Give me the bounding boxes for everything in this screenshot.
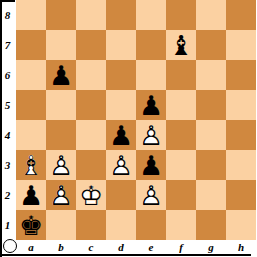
black-pawn: ♟ bbox=[136, 90, 166, 120]
square-b3[interactable]: ♟♙ bbox=[46, 150, 76, 180]
white-pawn: ♙ bbox=[136, 180, 166, 210]
square-e5[interactable]: ♟ bbox=[136, 90, 166, 120]
square-a8[interactable] bbox=[16, 0, 46, 30]
square-g8[interactable] bbox=[196, 0, 226, 30]
square-g2[interactable] bbox=[196, 180, 226, 210]
file-label-h: h bbox=[226, 239, 256, 255]
square-e7[interactable] bbox=[136, 30, 166, 60]
square-f5[interactable] bbox=[166, 90, 196, 120]
rank-label-7: 7 bbox=[0, 30, 15, 60]
square-d4[interactable]: ♟ bbox=[106, 120, 136, 150]
square-g6[interactable] bbox=[196, 60, 226, 90]
rank-label-2: 2 bbox=[0, 180, 15, 210]
square-d2[interactable] bbox=[106, 180, 136, 210]
square-e6[interactable] bbox=[136, 60, 166, 90]
square-c8[interactable] bbox=[76, 0, 106, 30]
file-label-a: a bbox=[16, 239, 46, 255]
square-a4[interactable] bbox=[16, 120, 46, 150]
square-g1[interactable] bbox=[196, 210, 226, 240]
black-king: ♚ bbox=[16, 210, 46, 240]
board: ♝♟♟♟♟♙♝♗♟♙♟♙♟♟♟♙♚♔♟♙♚ bbox=[16, 0, 256, 240]
square-c6[interactable] bbox=[76, 60, 106, 90]
square-h5[interactable] bbox=[226, 90, 256, 120]
square-f1[interactable] bbox=[166, 210, 196, 240]
white-to-move-indicator bbox=[3, 239, 17, 253]
square-e3[interactable]: ♟ bbox=[136, 150, 166, 180]
square-g3[interactable] bbox=[196, 150, 226, 180]
square-d1[interactable] bbox=[106, 210, 136, 240]
square-d8[interactable] bbox=[106, 0, 136, 30]
square-d5[interactable] bbox=[106, 90, 136, 120]
rank-label-3: 3 bbox=[0, 150, 15, 180]
square-c4[interactable] bbox=[76, 120, 106, 150]
square-g4[interactable] bbox=[196, 120, 226, 150]
file-label-b: b bbox=[46, 239, 76, 255]
square-b1[interactable] bbox=[46, 210, 76, 240]
square-f8[interactable] bbox=[166, 0, 196, 30]
square-e1[interactable] bbox=[136, 210, 166, 240]
square-b5[interactable] bbox=[46, 90, 76, 120]
square-e4[interactable]: ♟♙ bbox=[136, 120, 166, 150]
square-b2[interactable]: ♟♙ bbox=[46, 180, 76, 210]
square-a6[interactable] bbox=[16, 60, 46, 90]
rank-label-5: 5 bbox=[0, 90, 15, 120]
square-b6[interactable]: ♟ bbox=[46, 60, 76, 90]
square-h2[interactable] bbox=[226, 180, 256, 210]
square-h3[interactable] bbox=[226, 150, 256, 180]
rank-label-1: 1 bbox=[0, 210, 15, 240]
square-h8[interactable] bbox=[226, 0, 256, 30]
square-f6[interactable] bbox=[166, 60, 196, 90]
square-a2[interactable]: ♟ bbox=[16, 180, 46, 210]
file-label-f: f bbox=[166, 239, 196, 255]
black-bishop: ♝ bbox=[166, 30, 196, 60]
white-pawn: ♙ bbox=[46, 180, 76, 210]
square-c5[interactable] bbox=[76, 90, 106, 120]
square-c2[interactable]: ♚♔ bbox=[76, 180, 106, 210]
square-g5[interactable] bbox=[196, 90, 226, 120]
square-b7[interactable] bbox=[46, 30, 76, 60]
square-c3[interactable] bbox=[76, 150, 106, 180]
square-a5[interactable] bbox=[16, 90, 46, 120]
square-b8[interactable] bbox=[46, 0, 76, 30]
rank-labels: 8 7 6 5 4 3 2 1 bbox=[0, 0, 15, 240]
black-pawn: ♟ bbox=[136, 150, 166, 180]
square-c1[interactable] bbox=[76, 210, 106, 240]
file-label-g: g bbox=[196, 239, 226, 255]
square-h1[interactable] bbox=[226, 210, 256, 240]
white-pawn: ♙ bbox=[106, 150, 136, 180]
white-king: ♔ bbox=[76, 180, 106, 210]
square-e8[interactable] bbox=[136, 0, 166, 30]
square-b4[interactable] bbox=[46, 120, 76, 150]
square-f3[interactable] bbox=[166, 150, 196, 180]
rank-label-4: 4 bbox=[0, 120, 15, 150]
square-f2[interactable] bbox=[166, 180, 196, 210]
square-c7[interactable] bbox=[76, 30, 106, 60]
square-g7[interactable] bbox=[196, 30, 226, 60]
file-labels: a b c d e f g h bbox=[16, 239, 256, 255]
file-label-c: c bbox=[76, 239, 106, 255]
chess-diagram: 8 7 6 5 4 3 2 1 ♝♟♟♟♟♙♝♗♟♙♟♙♟♟♟♙♚♔♟♙♚ a … bbox=[0, 0, 257, 257]
rank-label-8: 8 bbox=[0, 0, 15, 30]
square-d3[interactable]: ♟♙ bbox=[106, 150, 136, 180]
black-pawn: ♟ bbox=[106, 120, 136, 150]
square-d7[interactable] bbox=[106, 30, 136, 60]
square-f4[interactable] bbox=[166, 120, 196, 150]
square-a1[interactable]: ♚ bbox=[16, 210, 46, 240]
white-pawn: ♙ bbox=[136, 120, 166, 150]
square-a3[interactable]: ♝♗ bbox=[16, 150, 46, 180]
square-d6[interactable] bbox=[106, 60, 136, 90]
black-pawn: ♟ bbox=[16, 180, 46, 210]
square-h7[interactable] bbox=[226, 30, 256, 60]
square-f7[interactable]: ♝ bbox=[166, 30, 196, 60]
square-h6[interactable] bbox=[226, 60, 256, 90]
white-pawn: ♙ bbox=[46, 150, 76, 180]
square-h4[interactable] bbox=[226, 120, 256, 150]
file-label-d: d bbox=[106, 239, 136, 255]
square-a7[interactable] bbox=[16, 30, 46, 60]
black-pawn: ♟ bbox=[46, 60, 76, 90]
rank-label-6: 6 bbox=[0, 60, 15, 90]
white-bishop: ♗ bbox=[16, 150, 46, 180]
square-e2[interactable]: ♟♙ bbox=[136, 180, 166, 210]
file-label-e: e bbox=[136, 239, 166, 255]
